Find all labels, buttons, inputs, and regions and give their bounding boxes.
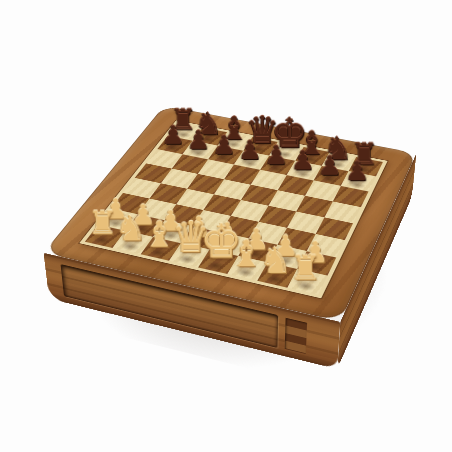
white-bishop: ♝ bbox=[143, 216, 174, 252]
black-pawn: ♟ bbox=[210, 132, 238, 158]
black-pawn: ♟ bbox=[185, 127, 212, 152]
square-h1: ♜ bbox=[287, 269, 327, 295]
black-pawn: ♟ bbox=[160, 122, 187, 147]
finger-joints bbox=[285, 318, 307, 354]
black-pawn: ♟ bbox=[289, 147, 317, 173]
white-bishop: ♝ bbox=[230, 235, 261, 272]
white-rook: ♜ bbox=[290, 251, 322, 285]
chess-box: ♜♞♝♛♚♝♞♜♟♟♟♟♟♟♟♟♟♟♟♟♟♟♟♟♜♞♝♛♚♝♞♜ bbox=[43, 106, 416, 322]
black-pawn: ♟ bbox=[343, 158, 371, 184]
black-pawn: ♟ bbox=[262, 142, 290, 168]
product-photo-stage: ♜♞♝♛♚♝♞♜♟♟♟♟♟♟♟♟♟♟♟♟♟♟♟♟♜♞♝♛♚♝♞♜ bbox=[0, 0, 452, 452]
chess-board: ♜♞♝♛♚♝♞♜♟♟♟♟♟♟♟♟♟♟♟♟♟♟♟♟♜♞♝♛♚♝♞♜ bbox=[85, 123, 383, 295]
square-h7: ♟ bbox=[341, 171, 376, 191]
white-rook: ♜ bbox=[88, 207, 118, 239]
black-pawn: ♟ bbox=[316, 152, 344, 178]
white-queen: ♛ bbox=[172, 216, 203, 259]
scene: ♜♞♝♛♚♝♞♜♟♟♟♟♟♟♟♟♟♟♟♟♟♟♟♟♜♞♝♛♚♝♞♜ bbox=[0, 0, 452, 452]
white-knight: ♞ bbox=[115, 211, 146, 246]
black-pawn: ♟ bbox=[236, 137, 264, 163]
white-king: ♚ bbox=[201, 219, 232, 265]
white-knight: ♞ bbox=[260, 242, 292, 278]
